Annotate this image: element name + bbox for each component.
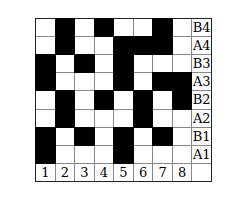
cell-B4-col3-white[interactable] [75, 19, 94, 36]
cell-B1-col8-white[interactable] [173, 128, 192, 145]
cell-B2-col7-white[interactable] [153, 91, 172, 108]
col-label-2: 2 [56, 164, 75, 181]
cell-A3-col1-black[interactable] [36, 73, 55, 90]
cell-B3-col8-white[interactable] [173, 55, 192, 72]
row-label-A1: A1 [192, 146, 211, 163]
cell-B1-col4-white[interactable] [95, 128, 114, 145]
cell-B4-col8-white[interactable] [173, 19, 192, 36]
cell-A2-col3-white[interactable] [75, 110, 94, 127]
cell-B3-col2-white[interactable] [56, 55, 75, 72]
cell-A3-col8-black[interactable] [173, 73, 192, 90]
cell-B4-col1-white[interactable] [36, 19, 55, 36]
cell-A3-col5-black[interactable] [114, 73, 133, 90]
cell-A4-col4-white[interactable] [95, 37, 114, 54]
col-label-3: 3 [75, 164, 94, 181]
cell-A2-col7-white[interactable] [153, 110, 172, 127]
cell-A1-col4-white[interactable] [95, 146, 114, 163]
cell-A2-col8-white[interactable] [173, 110, 192, 127]
cell-B2-col3-white[interactable] [75, 91, 94, 108]
cell-B1-col3-black[interactable] [75, 128, 94, 145]
row-label-B4: B4 [192, 19, 211, 36]
cell-B1-col2-white[interactable] [56, 128, 75, 145]
cell-A1-col3-white[interactable] [75, 146, 94, 163]
row-label-B2: B2 [192, 91, 211, 108]
puzzle-board: B4A4B3A3B2A2B1A112345678 [35, 18, 212, 182]
cell-B1-col1-black[interactable] [36, 128, 55, 145]
cell-A2-col4-white[interactable] [95, 110, 114, 127]
cell-A1-col8-white[interactable] [173, 146, 192, 163]
row-label-A4: A4 [192, 37, 211, 54]
cell-B2-col4-black[interactable] [95, 91, 114, 108]
cell-A4-col3-white[interactable] [75, 37, 94, 54]
cell-B3-col6-white[interactable] [134, 55, 153, 72]
cell-B3-col4-white[interactable] [95, 55, 114, 72]
cell-A3-col7-black[interactable] [153, 73, 172, 90]
col-label-6: 6 [134, 164, 153, 181]
cell-B4-col6-white[interactable] [134, 19, 153, 36]
cell-A4-col2-black[interactable] [56, 37, 75, 54]
col-label-5: 5 [114, 164, 133, 181]
col-label-7: 7 [153, 164, 172, 181]
cell-A3-col6-white[interactable] [134, 73, 153, 90]
cell-A2-col1-white[interactable] [36, 110, 55, 127]
cell-B4-col5-white[interactable] [114, 19, 133, 36]
corner-empty-cell [192, 164, 211, 181]
cell-B4-col7-black[interactable] [153, 19, 172, 36]
cell-A1-col5-black[interactable] [114, 146, 133, 163]
row-label-B3: B3 [192, 55, 211, 72]
cell-A1-col2-white[interactable] [56, 146, 75, 163]
cell-B2-col8-black[interactable] [173, 91, 192, 108]
cell-A2-col2-black[interactable] [56, 110, 75, 127]
cell-A2-col5-white[interactable] [114, 110, 133, 127]
cell-A1-col6-white[interactable] [134, 146, 153, 163]
cell-B2-col5-white[interactable] [114, 91, 133, 108]
row-label-A2: A2 [192, 110, 211, 127]
cell-A4-col7-black[interactable] [153, 37, 172, 54]
cell-B1-col7-black[interactable] [153, 128, 172, 145]
cell-B4-col2-black[interactable] [56, 19, 75, 36]
cell-B4-col4-black[interactable] [95, 19, 114, 36]
cell-B2-col2-black[interactable] [56, 91, 75, 108]
cell-A3-col3-white[interactable] [75, 73, 94, 90]
cell-A1-col1-black[interactable] [36, 146, 55, 163]
cell-B3-col5-black[interactable] [114, 55, 133, 72]
cell-B3-col3-black[interactable] [75, 55, 94, 72]
cell-A3-col2-white[interactable] [56, 73, 75, 90]
cell-A2-col6-black[interactable] [134, 110, 153, 127]
col-label-4: 4 [95, 164, 114, 181]
cell-A1-col7-white[interactable] [153, 146, 172, 163]
cell-B3-col7-white[interactable] [153, 55, 172, 72]
cell-B3-col1-black[interactable] [36, 55, 55, 72]
col-label-8: 8 [173, 164, 192, 181]
col-label-1: 1 [36, 164, 55, 181]
cell-B2-col6-black[interactable] [134, 91, 153, 108]
cell-A4-col8-white[interactable] [173, 37, 192, 54]
row-label-B1: B1 [192, 128, 211, 145]
cell-B2-col1-white[interactable] [36, 91, 55, 108]
cell-A4-col5-black[interactable] [114, 37, 133, 54]
row-label-A3: A3 [192, 73, 211, 90]
cell-A3-col4-white[interactable] [95, 73, 114, 90]
cell-A4-col1-white[interactable] [36, 37, 55, 54]
cell-A4-col6-black[interactable] [134, 37, 153, 54]
cell-B1-col5-black[interactable] [114, 128, 133, 145]
cell-B1-col6-white[interactable] [134, 128, 153, 145]
